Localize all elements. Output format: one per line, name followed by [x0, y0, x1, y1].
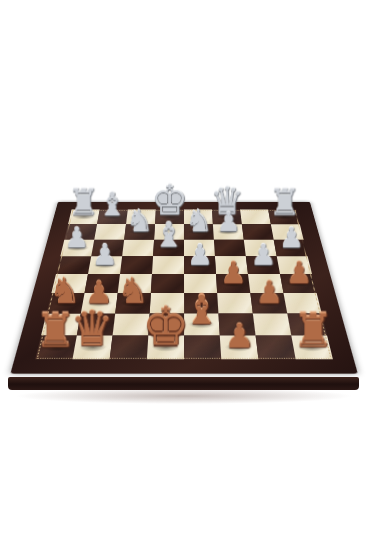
square-d8: ♚: [155, 210, 184, 225]
square-a4: [51, 274, 88, 293]
piece-shadow: [92, 262, 117, 269]
rank-label-left-2: [20, 313, 45, 335]
board-shadow: [14, 388, 354, 404]
square-h4: ♟: [280, 274, 317, 293]
file-label-far-b: [99, 202, 128, 210]
square-g8: [240, 210, 271, 225]
square-f6: [213, 240, 245, 257]
square-a6: ♟: [60, 240, 94, 257]
piece-shadow: [250, 262, 275, 269]
rank-label-right-4: [312, 274, 335, 293]
file-label-near-d: [145, 359, 183, 373]
square-d5: [152, 256, 184, 274]
square-h2: [287, 313, 327, 335]
file-label-far-f: [211, 202, 240, 210]
square-c2: [112, 313, 149, 335]
frame-corner: [55, 202, 73, 210]
square-d2: [148, 313, 184, 335]
piece-shadow: [101, 214, 123, 219]
square-b1: ♛: [72, 336, 112, 360]
piece-shadow: [52, 299, 79, 307]
piece-shadow: [220, 280, 245, 287]
square-c1: [109, 336, 148, 360]
square-e5: ♟: [184, 256, 216, 274]
piece-shadow: [128, 229, 151, 235]
piece-shadow: [224, 343, 252, 352]
piece-shadow: [187, 229, 209, 235]
square-c5: [120, 256, 153, 274]
square-e8: [184, 210, 213, 225]
piece-shadow: [151, 343, 179, 352]
piece-shadow: [272, 214, 295, 219]
file-label-near-g: [258, 359, 298, 373]
square-d1: ♚: [146, 336, 183, 360]
square-g5: ♟: [245, 256, 279, 274]
piece-shadow: [285, 280, 311, 287]
square-c3: ♞: [115, 293, 151, 313]
square-b6: [91, 240, 124, 257]
square-e1: [184, 336, 221, 360]
rank-label-left-3: [27, 293, 51, 313]
square-f8: ♛: [212, 210, 242, 225]
square-d4: [150, 274, 183, 293]
square-f5: [214, 256, 247, 274]
rank-label-right-3: [316, 293, 340, 313]
piece-shadow: [157, 245, 180, 251]
frame-corner: [294, 202, 312, 210]
file-label-far-g: [239, 202, 268, 210]
piece-shadow: [158, 214, 180, 219]
rank-label-right-6: [303, 240, 324, 257]
piece-shadow: [65, 245, 89, 251]
piece-shadow: [278, 245, 302, 251]
square-b7: [94, 224, 126, 240]
square-b4: [84, 274, 119, 293]
square-e6: [184, 240, 215, 257]
piece-shadow: [215, 214, 237, 219]
piece-shadow: [72, 214, 95, 219]
square-f7: ♟: [212, 224, 243, 240]
square-e4: [184, 274, 217, 293]
rank-label-right-7: [299, 224, 320, 240]
square-b2: [76, 313, 114, 335]
square-c8: [126, 210, 156, 225]
piece-shadow: [86, 299, 112, 307]
square-c7: ♞: [124, 224, 155, 240]
file-label-far-a: [71, 202, 101, 210]
file-label-near-a: [31, 359, 72, 373]
square-h1: ♜: [291, 336, 333, 360]
rank-label-left-4: [32, 274, 55, 293]
file-label-near-f: [221, 359, 260, 373]
file-label-far-h: [266, 202, 296, 210]
square-f2: [218, 313, 255, 335]
square-a1: ♜: [35, 336, 77, 360]
square-e7: ♞: [184, 224, 214, 240]
square-h3: [283, 293, 321, 313]
square-c4: [117, 274, 151, 293]
square-h6: ♟: [273, 240, 307, 257]
square-d6: ♝: [153, 240, 184, 257]
square-d7: [154, 224, 184, 240]
piece-shadow: [78, 343, 107, 352]
square-a2: [41, 313, 81, 335]
board-scene: ♜♝♚♛♜♞♞♟♟♝♟♟♟♟♟♟♞♟♞♟♝♜♛♚♟♜: [3, 138, 364, 410]
frame-corner: [332, 359, 357, 373]
file-label-near-e: [184, 359, 222, 373]
square-e3: [184, 293, 218, 313]
rank-label-right-5: [307, 256, 329, 274]
square-h7: [270, 224, 303, 240]
product-photo-canvas: ♜♝♚♛♜♞♞♟♟♝♟♟♟♟♟♟♞♟♞♟♝♜♛♚♟♜: [0, 0, 367, 550]
piece-shadow: [255, 299, 281, 307]
file-label-far-e: [184, 202, 212, 210]
rank-label-right-8: [296, 210, 316, 225]
chess-board: ♜♝♚♛♜♞♞♟♟♝♟♟♟♟♟♟♞♟♞♟♝♜♛♚♟♜: [10, 202, 357, 374]
square-b8: ♝: [97, 210, 128, 225]
file-label-near-c: [107, 359, 146, 373]
piece-shadow: [41, 343, 70, 352]
piece-shadow: [216, 229, 239, 235]
square-f4: ♟: [216, 274, 250, 293]
square-f1: ♟: [219, 336, 258, 360]
square-a8: ♜: [68, 210, 100, 225]
square-g3: ♟: [250, 293, 287, 313]
square-h8: ♜: [268, 210, 300, 225]
square-a7: [64, 224, 97, 240]
file-label-near-b: [69, 359, 109, 373]
square-g2: [252, 313, 290, 335]
frame-corner: [10, 359, 35, 373]
square-d3: [149, 293, 183, 313]
square-b5: ♟: [88, 256, 122, 274]
square-a3: ♞: [46, 293, 84, 313]
square-g6: [243, 240, 276, 257]
square-g4: [248, 274, 283, 293]
square-g7: [241, 224, 273, 240]
file-label-near-h: [295, 359, 336, 373]
piece-shadow: [187, 262, 211, 269]
square-c6: [122, 240, 154, 257]
square-b3: ♟: [80, 293, 117, 313]
square-f3: [217, 293, 253, 313]
file-label-far-c: [127, 202, 156, 210]
square-g1: [255, 336, 295, 360]
rank-label-right-2: [321, 313, 346, 335]
piece-shadow: [297, 343, 326, 352]
piece-shadow: [120, 299, 146, 307]
square-a5: [56, 256, 91, 274]
square-e2: ♝: [184, 313, 220, 335]
piece-shadow: [188, 320, 215, 328]
square-h5: [276, 256, 311, 274]
file-label-far-d: [155, 202, 183, 210]
